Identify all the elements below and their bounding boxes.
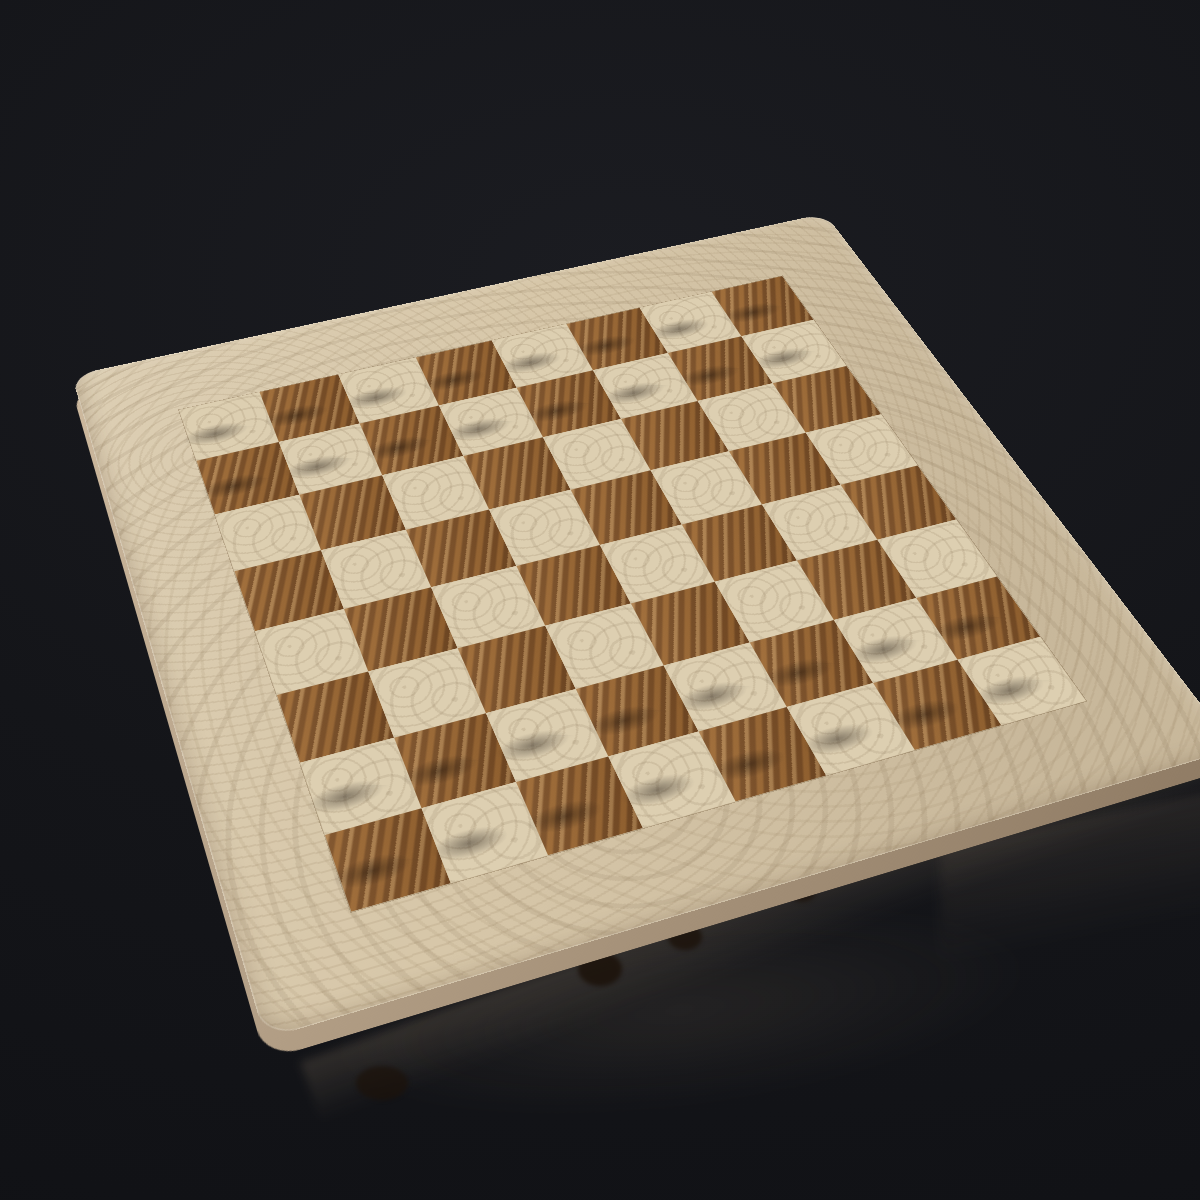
board-field: ♜♞♝♛♚♝♞♜♟♟♟♟♟♟♟♟♟♟♟♟♟♟♟♟♜♞♝♛♚♝♞♜ <box>179 276 1086 912</box>
rook-glyph: ♜ <box>298 708 476 863</box>
pawn-glyph: ♟ <box>173 381 322 481</box>
scene: ♜♞♝♛♚♝♞♜♟♟♟♟♟♟♟♟♟♟♟♟♟♟♟♟♜♞♝♛♚♝♞♜ <box>0 0 1200 1200</box>
table-reflection-foot <box>356 1066 408 1100</box>
